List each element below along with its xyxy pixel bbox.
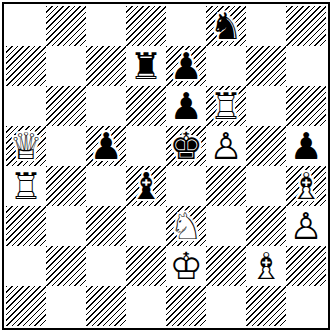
piece-white-king: ♚♔ <box>166 246 206 286</box>
piece-white-pawn: ♟♙ <box>286 206 326 246</box>
square-e5[interactable]: ♚ <box>166 126 206 166</box>
board-frame: ♞♜♟♟♜♖♛♕♟♚♟♙♟♜♖♝♝♗♞♘♟♙♚♔♝♗ <box>2 2 330 330</box>
piece-white-queen: ♛♕ <box>6 126 46 166</box>
piece-white-bishop: ♝♗ <box>246 246 286 286</box>
piece-black-pawn: ♟ <box>286 126 326 166</box>
piece-black-pawn: ♟ <box>166 46 206 86</box>
square-a6[interactable] <box>6 86 46 126</box>
square-g3[interactable] <box>246 206 286 246</box>
square-h6[interactable] <box>286 86 326 126</box>
square-d4[interactable]: ♝ <box>126 166 166 206</box>
square-e1[interactable] <box>166 286 206 326</box>
white-king-glyph: ♔ <box>166 246 206 286</box>
square-h3[interactable]: ♟♙ <box>286 206 326 246</box>
white-pawn-glyph: ♙ <box>206 126 246 166</box>
black-rook-glyph: ♜ <box>126 46 166 86</box>
square-c2[interactable] <box>86 246 126 286</box>
square-d2[interactable] <box>126 246 166 286</box>
square-b2[interactable] <box>46 246 86 286</box>
square-h5[interactable]: ♟ <box>286 126 326 166</box>
black-king-glyph: ♚ <box>166 126 206 166</box>
black-pawn-glyph: ♟ <box>166 46 206 86</box>
square-a5[interactable]: ♛♕ <box>6 126 46 166</box>
square-e8[interactable] <box>166 6 206 46</box>
square-e7[interactable]: ♟ <box>166 46 206 86</box>
piece-black-pawn: ♟ <box>166 86 206 126</box>
piece-black-bishop: ♝ <box>126 166 166 206</box>
square-e4[interactable] <box>166 166 206 206</box>
square-g7[interactable] <box>246 46 286 86</box>
black-pawn-glyph: ♟ <box>86 126 126 166</box>
square-f3[interactable] <box>206 206 246 246</box>
black-pawn-glyph: ♟ <box>166 86 206 126</box>
square-f4[interactable] <box>206 166 246 206</box>
square-b7[interactable] <box>46 46 86 86</box>
black-pawn-glyph: ♟ <box>286 126 326 166</box>
piece-black-knight: ♞ <box>206 6 246 46</box>
piece-white-knight: ♞♘ <box>166 206 206 246</box>
square-c8[interactable] <box>86 6 126 46</box>
square-h8[interactable] <box>286 6 326 46</box>
white-knight-glyph: ♘ <box>166 206 206 246</box>
white-bishop-glyph: ♗ <box>246 246 286 286</box>
white-queen-glyph: ♕ <box>6 126 46 166</box>
black-knight-glyph: ♞ <box>206 6 246 46</box>
piece-white-rook: ♜♖ <box>206 86 246 126</box>
square-h2[interactable] <box>286 246 326 286</box>
square-c3[interactable] <box>86 206 126 246</box>
white-rook-glyph: ♖ <box>6 166 46 206</box>
square-b8[interactable] <box>46 6 86 46</box>
square-d3[interactable] <box>126 206 166 246</box>
square-e3[interactable]: ♞♘ <box>166 206 206 246</box>
square-b5[interactable] <box>46 126 86 166</box>
square-c6[interactable] <box>86 86 126 126</box>
square-a7[interactable] <box>6 46 46 86</box>
square-g6[interactable] <box>246 86 286 126</box>
square-h4[interactable]: ♝♗ <box>286 166 326 206</box>
square-c4[interactable] <box>86 166 126 206</box>
piece-white-pawn: ♟♙ <box>206 126 246 166</box>
square-h7[interactable] <box>286 46 326 86</box>
black-bishop-glyph: ♝ <box>126 166 166 206</box>
piece-black-rook: ♜ <box>126 46 166 86</box>
square-f6[interactable]: ♜♖ <box>206 86 246 126</box>
chess-board: ♞♜♟♟♜♖♛♕♟♚♟♙♟♜♖♝♝♗♞♘♟♙♚♔♝♗ <box>6 6 326 326</box>
square-b4[interactable] <box>46 166 86 206</box>
square-b1[interactable] <box>46 286 86 326</box>
square-d8[interactable] <box>126 6 166 46</box>
square-d5[interactable] <box>126 126 166 166</box>
piece-white-rook: ♜♖ <box>6 166 46 206</box>
square-d7[interactable]: ♜ <box>126 46 166 86</box>
square-f2[interactable] <box>206 246 246 286</box>
square-a4[interactable]: ♜♖ <box>6 166 46 206</box>
piece-black-king: ♚ <box>166 126 206 166</box>
square-f1[interactable] <box>206 286 246 326</box>
square-c1[interactable] <box>86 286 126 326</box>
square-c5[interactable]: ♟ <box>86 126 126 166</box>
square-d6[interactable] <box>126 86 166 126</box>
white-pawn-glyph: ♙ <box>286 206 326 246</box>
square-c7[interactable] <box>86 46 126 86</box>
square-g2[interactable]: ♝♗ <box>246 246 286 286</box>
square-g8[interactable] <box>246 6 286 46</box>
square-g1[interactable] <box>246 286 286 326</box>
white-bishop-glyph: ♗ <box>286 166 326 206</box>
square-f7[interactable] <box>206 46 246 86</box>
square-e2[interactable]: ♚♔ <box>166 246 206 286</box>
square-b3[interactable] <box>46 206 86 246</box>
square-h1[interactable] <box>286 286 326 326</box>
square-f5[interactable]: ♟♙ <box>206 126 246 166</box>
square-g5[interactable] <box>246 126 286 166</box>
square-a3[interactable] <box>6 206 46 246</box>
white-rook-glyph: ♖ <box>206 86 246 126</box>
square-a8[interactable] <box>6 6 46 46</box>
square-e6[interactable]: ♟ <box>166 86 206 126</box>
square-d1[interactable] <box>126 286 166 326</box>
piece-black-pawn: ♟ <box>86 126 126 166</box>
square-a2[interactable] <box>6 246 46 286</box>
square-a1[interactable] <box>6 286 46 326</box>
piece-white-bishop: ♝♗ <box>286 166 326 206</box>
square-f8[interactable]: ♞ <box>206 6 246 46</box>
square-g4[interactable] <box>246 166 286 206</box>
square-b6[interactable] <box>46 86 86 126</box>
